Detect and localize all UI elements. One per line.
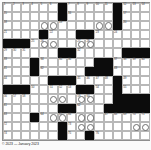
cell-r7c6[interactable] (48, 58, 57, 67)
cell-r11c6[interactable] (48, 94, 57, 103)
cell-r14c13[interactable] (113, 122, 122, 131)
cell-r6c9[interactable]: 32 (76, 48, 85, 57)
cell-r12c1[interactable]: 61 (3, 104, 12, 113)
cell-number: 40 (142, 58, 145, 61)
circle-marker (50, 41, 57, 48)
cell-r13c7[interactable]: 65 (58, 113, 67, 122)
black-cell-r10c2 (12, 85, 21, 94)
black-cell-r7c11 (94, 58, 103, 67)
cell-r15c4[interactable] (30, 131, 39, 140)
cell-r8c15[interactable] (131, 67, 140, 76)
cell-number: 10 (96, 3, 99, 6)
black-cell-r12c14 (122, 104, 131, 113)
cell-r3c2[interactable] (12, 21, 21, 30)
cell-r7c3[interactable] (21, 58, 30, 67)
cell-r8c7[interactable] (58, 67, 67, 76)
black-cell-r12c7 (58, 104, 67, 113)
cell-r6c3[interactable]: 31 (21, 48, 30, 57)
cell-r9c15[interactable] (131, 76, 140, 85)
black-cell-r10c13 (113, 85, 122, 94)
cell-r3c16[interactable] (140, 21, 149, 30)
circle-marker (142, 124, 149, 131)
cell-number: 37 (114, 58, 117, 61)
cell-r6c11[interactable] (94, 48, 103, 57)
cell-r1c10[interactable]: 9 (85, 3, 94, 12)
cell-r7c7[interactable]: 35 (58, 58, 67, 67)
cell-r8c8[interactable] (67, 67, 76, 76)
cell-r7c15[interactable]: 39 (131, 58, 140, 67)
cell-r4c1[interactable]: 21 (3, 30, 12, 39)
black-cell-r10c9 (76, 85, 85, 94)
cell-number: 21 (4, 31, 7, 34)
cell-r1c6[interactable]: 6 (48, 3, 57, 12)
cell-r13c1[interactable]: 63 (3, 113, 12, 122)
cell-r9c9[interactable]: 45 (76, 76, 85, 85)
cell-r5c4[interactable]: 25 (30, 39, 39, 48)
cell-r15c3[interactable] (21, 131, 30, 140)
cell-r8c5[interactable]: 42 (39, 67, 48, 76)
cell-number: 55 (123, 86, 126, 89)
cell-r15c2[interactable] (12, 131, 21, 140)
circle-marker (87, 114, 94, 121)
cell-number: 43 (114, 67, 117, 70)
black-cell-r9c8 (67, 76, 76, 85)
cell-r6c4[interactable] (30, 48, 39, 57)
black-cell-r2c7 (58, 12, 67, 21)
cell-number: 52 (59, 86, 62, 89)
cell-number: 73 (68, 123, 71, 126)
black-cell-r2c13 (113, 12, 122, 21)
circle-marker (59, 114, 66, 121)
cell-r8c2[interactable] (12, 67, 21, 76)
cell-r3c7[interactable]: 19 (58, 21, 67, 30)
black-cell-r15c7 (58, 131, 67, 140)
cell-number: 7 (68, 3, 69, 6)
cell-r15c6[interactable] (48, 131, 57, 140)
cell-r3c8[interactable] (67, 21, 76, 30)
cell-r11c9[interactable]: 59 (76, 94, 85, 103)
cell-r5c11[interactable] (94, 39, 103, 48)
cell-r13c15[interactable]: 70 (131, 113, 140, 122)
cell-r4c14[interactable] (122, 30, 131, 39)
cell-r12c4[interactable] (30, 104, 39, 113)
cell-number: 68 (114, 113, 117, 116)
cell-r7c2[interactable] (12, 58, 21, 67)
cell-r12c3[interactable] (21, 104, 30, 113)
cell-r6c12[interactable] (104, 48, 113, 57)
cell-r12c2[interactable] (12, 104, 21, 113)
cell-number: 3 (22, 3, 23, 6)
cell-r2c1[interactable]: 15 (3, 12, 12, 21)
cell-r4c16[interactable] (140, 30, 149, 39)
black-cell-r5c3 (21, 39, 30, 48)
cell-number: 61 (4, 104, 7, 107)
cell-r9c12[interactable]: 48 (104, 76, 113, 85)
cell-r2c9[interactable] (76, 12, 85, 21)
cell-r11c12[interactable] (104, 94, 113, 103)
cell-r7c16[interactable]: 40 (140, 58, 149, 67)
cell-r5c12[interactable] (104, 39, 113, 48)
cell-r15c9[interactable] (76, 131, 85, 140)
cell-number: 46 (86, 77, 89, 80)
cell-r2c14[interactable]: 17 (122, 12, 131, 21)
cell-number: 31 (22, 49, 25, 52)
cell-r2c6[interactable] (48, 12, 57, 21)
black-cell-r8c11 (94, 67, 103, 76)
cell-number: 42 (41, 67, 44, 70)
cell-r3c1[interactable]: 18 (3, 21, 12, 30)
cell-r4c12[interactable] (104, 30, 113, 39)
cell-r6c1[interactable]: 29 (3, 48, 12, 57)
cell-r1c5[interactable]: 5 (39, 3, 48, 12)
cell-r10c6[interactable]: 51 (48, 85, 57, 94)
cell-r10c16[interactable] (140, 85, 149, 94)
cell-r13c3[interactable] (21, 113, 30, 122)
cell-r9c2[interactable] (12, 76, 21, 85)
circle-marker (78, 96, 85, 103)
cell-r14c1[interactable]: 72 (3, 122, 12, 131)
black-cell-r7c4 (30, 58, 39, 67)
cell-r15c1[interactable]: 74 (3, 131, 12, 140)
cell-r4c7[interactable] (58, 30, 67, 39)
black-cell-r7c12 (104, 58, 113, 67)
cell-r8c3[interactable] (21, 67, 30, 76)
cell-r2c3[interactable] (21, 12, 30, 21)
cell-r5c8[interactable] (67, 39, 76, 48)
cell-number: 70 (132, 113, 135, 116)
cell-r14c4[interactable] (30, 122, 39, 131)
cell-r5c15[interactable] (131, 39, 140, 48)
black-cell-r1c7 (58, 3, 67, 12)
cell-r1c11[interactable]: 10 (94, 3, 103, 12)
cell-r9c3[interactable] (21, 76, 30, 85)
cell-r5c14[interactable] (122, 39, 131, 48)
circle-marker (78, 114, 85, 121)
cell-number: 30 (13, 49, 16, 52)
cell-r13c5[interactable]: 64 (39, 113, 48, 122)
cell-r6c6[interactable] (48, 48, 57, 57)
cell-r3c4[interactable] (30, 21, 39, 30)
black-cell-r8c4 (30, 67, 39, 76)
cell-r2c16[interactable] (140, 12, 149, 21)
cell-r1c3[interactable]: 3 (21, 3, 30, 12)
cell-r1c8[interactable]: 7 (67, 3, 76, 12)
cell-r2c12[interactable] (104, 12, 113, 21)
cell-r14c6[interactable] (48, 122, 57, 131)
cell-r2c5[interactable] (39, 12, 48, 21)
cell-r9c14[interactable]: 49 (122, 76, 131, 85)
circle-marker (96, 22, 103, 29)
cell-r3c14[interactable]: 20 (122, 21, 131, 30)
cell-r9c5[interactable] (39, 76, 48, 85)
cell-r8c16[interactable] (140, 67, 149, 76)
cell-r4c4[interactable] (30, 30, 39, 39)
cell-r13c6[interactable] (48, 113, 57, 122)
cell-number: 47 (96, 77, 99, 80)
black-cell-r12c12 (104, 104, 113, 113)
cell-r4c11[interactable]: 23 (94, 30, 103, 39)
cell-number: 72 (4, 123, 7, 126)
black-cell-r9c6 (48, 76, 57, 85)
black-cell-r5c2 (12, 39, 21, 48)
cell-r6c13[interactable] (113, 48, 122, 57)
cell-r2c2[interactable] (12, 12, 21, 21)
cell-number: 51 (50, 86, 53, 89)
black-cell-r6c15 (131, 48, 140, 57)
cell-r3c12[interactable] (104, 21, 113, 30)
cell-r13c2[interactable] (12, 113, 21, 122)
cell-number: 34 (41, 58, 44, 61)
cell-r10c12[interactable] (104, 85, 113, 94)
black-cell-r9c13 (113, 76, 122, 85)
black-cell-r6c7 (58, 48, 67, 57)
cell-r15c12[interactable] (104, 131, 113, 140)
cell-r11c2[interactable]: 57 (12, 94, 21, 103)
cell-number: 39 (132, 58, 135, 61)
cell-r5c13[interactable] (113, 39, 122, 48)
cell-r10c7[interactable]: 52 (58, 85, 67, 94)
cell-number: 14 (142, 3, 145, 6)
black-cell-r12c16 (140, 104, 149, 113)
black-cell-r8c12 (104, 67, 113, 76)
black-cell-r6c8 (67, 48, 76, 57)
cell-r11c7[interactable] (58, 94, 67, 103)
cell-r4c13[interactable]: 24 (113, 30, 122, 39)
cell-r4c15[interactable] (131, 30, 140, 39)
cell-r11c3[interactable]: 58 (21, 94, 30, 103)
cell-number: 32 (77, 49, 80, 52)
circle-marker (41, 22, 48, 29)
cell-number: 19 (59, 21, 62, 24)
cell-r10c14[interactable]: 55 (122, 85, 131, 94)
cell-r6c5[interactable] (39, 48, 48, 57)
cell-number: 67 (105, 113, 108, 116)
circle-marker (78, 41, 85, 48)
cell-r1c1[interactable]: 1 (3, 3, 12, 12)
circle-marker (78, 124, 85, 131)
cell-number: 24 (114, 31, 117, 34)
cell-number: 53 (68, 86, 71, 89)
cell-r7c1[interactable]: 33 (3, 58, 12, 67)
cell-r5c5[interactable]: 26 (39, 39, 48, 48)
black-cell-r13c4 (30, 113, 39, 122)
cell-r14c5[interactable] (39, 122, 48, 131)
cell-r9c16[interactable] (140, 76, 149, 85)
black-cell-r11c16 (140, 94, 149, 103)
cell-r3c15[interactable] (131, 21, 140, 30)
cell-r4c6[interactable]: 22 (48, 30, 57, 39)
cell-number: 54 (96, 86, 99, 89)
crossword-grid: 1234567891011121314151617181920212223242… (2, 2, 151, 142)
circle-marker (50, 96, 57, 103)
black-cell-r15c10 (85, 131, 94, 140)
cell-r15c16[interactable] (140, 131, 149, 140)
cell-r15c8[interactable]: 75 (67, 131, 76, 140)
cell-r3c9[interactable] (76, 21, 85, 30)
cell-r2c10[interactable] (85, 12, 94, 21)
cell-number: 9 (86, 3, 87, 6)
cell-r6c10[interactable] (85, 48, 94, 57)
cell-number: 5 (41, 3, 42, 6)
cell-r2c4[interactable] (30, 12, 39, 21)
cell-r3c11[interactable] (94, 21, 103, 30)
cell-r14c15[interactable] (131, 122, 140, 131)
circle-marker (59, 96, 66, 103)
cell-r1c16[interactable]: 14 (140, 3, 149, 12)
black-cell-r3c13 (113, 21, 122, 30)
cell-r13c9[interactable] (76, 113, 85, 122)
cell-r14c10[interactable] (85, 122, 94, 131)
cell-r1c15[interactable]: 13 (131, 3, 140, 12)
cell-r11c1[interactable]: 56 (3, 94, 12, 103)
cell-number: 75 (68, 132, 71, 135)
cell-r12c5[interactable] (39, 104, 48, 113)
cell-r1c12[interactable]: 11 (104, 3, 113, 12)
black-cell-r12c15 (131, 104, 140, 113)
cell-r14c2[interactable] (12, 122, 21, 131)
cell-r7c9[interactable] (76, 58, 85, 67)
black-cell-r6c14 (122, 48, 131, 57)
black-cell-r8c10 (85, 67, 94, 76)
cell-r9c4[interactable] (30, 76, 39, 85)
cell-r10c4[interactable]: 50 (30, 85, 39, 94)
cell-number: 20 (123, 21, 126, 24)
cell-r11c4[interactable] (30, 94, 39, 103)
cell-r14c3[interactable] (21, 122, 30, 131)
cell-r15c13[interactable] (113, 131, 122, 140)
cell-r7c10[interactable] (85, 58, 94, 67)
cell-r9c10[interactable]: 46 (85, 76, 94, 85)
cell-r4c3[interactable] (21, 30, 30, 39)
cell-r15c15[interactable] (131, 131, 140, 140)
cell-r5c10[interactable]: 28 (85, 39, 94, 48)
cell-r3c6[interactable] (48, 21, 57, 30)
cell-r14c16[interactable] (140, 122, 149, 131)
cell-r9c11[interactable]: 47 (94, 76, 103, 85)
cell-r13c14[interactable]: 69 (122, 113, 131, 122)
cell-r3c3[interactable] (21, 21, 30, 30)
cell-r13c10[interactable] (85, 113, 94, 122)
cell-r7c13[interactable]: 37 (113, 58, 122, 67)
cell-r2c8[interactable]: 16 (67, 12, 76, 21)
cell-r4c2[interactable] (12, 30, 21, 39)
cell-r8c6[interactable] (48, 67, 57, 76)
cell-r8c9[interactable] (76, 67, 85, 76)
cell-number: 45 (77, 77, 80, 80)
cell-r13c12[interactable]: 67 (104, 113, 113, 122)
cell-r12c9[interactable]: 62 (76, 104, 85, 113)
cell-r4c8[interactable] (67, 30, 76, 39)
black-cell-r4c5 (39, 30, 48, 39)
cell-r1c9[interactable]: 8 (76, 3, 85, 12)
cell-number: 4 (31, 3, 32, 6)
cell-number: 33 (4, 58, 7, 61)
cell-r8c1[interactable]: 41 (3, 67, 12, 76)
cell-r11c10[interactable]: 60 (85, 94, 94, 103)
cell-r11c11[interactable] (94, 94, 103, 103)
cell-r9c1[interactable]: 44 (3, 76, 12, 85)
cell-r5c16[interactable] (140, 39, 149, 48)
cell-r5c6[interactable] (48, 39, 57, 48)
cell-number: 15 (4, 12, 7, 15)
cell-r7c14[interactable]: 38 (122, 58, 131, 67)
cell-number: 16 (68, 12, 71, 15)
circle-marker (50, 114, 57, 121)
cell-r11c5[interactable] (39, 94, 48, 103)
cell-r10c5[interactable] (39, 85, 48, 94)
black-cell-r1c13 (113, 3, 122, 12)
black-cell-r10c1 (3, 85, 12, 94)
cell-r15c14[interactable] (122, 131, 131, 140)
cell-r14c12[interactable] (104, 122, 113, 131)
cell-r14c9[interactable] (76, 122, 85, 131)
cell-r1c2[interactable]: 2 (12, 3, 21, 12)
cell-number: 12 (123, 3, 126, 6)
cell-number: 63 (4, 113, 7, 116)
cell-r14c14[interactable] (122, 122, 131, 131)
black-cell-r9c7 (58, 76, 67, 85)
cell-r1c4[interactable]: 4 (30, 3, 39, 12)
cell-r3c5[interactable] (39, 21, 48, 30)
cell-r10c8[interactable]: 53 (67, 85, 76, 94)
cell-number: 35 (59, 58, 62, 61)
circle-marker (41, 41, 48, 48)
black-cell-r11c15 (131, 94, 140, 103)
cell-number: 1 (4, 3, 5, 6)
cell-number: 57 (13, 95, 16, 98)
cell-r8c14[interactable] (122, 67, 131, 76)
cell-r14c11[interactable] (94, 122, 103, 131)
cell-number: 71 (142, 113, 145, 116)
cell-number: 56 (4, 95, 7, 98)
cell-r3c10[interactable] (85, 21, 94, 30)
cell-number: 29 (4, 49, 7, 52)
cell-number: 41 (4, 67, 7, 70)
cell-r5c9[interactable]: 27 (76, 39, 85, 48)
cell-r2c15[interactable] (131, 12, 140, 21)
cell-r12c11[interactable] (94, 104, 103, 113)
black-cell-r10c10 (85, 85, 94, 94)
black-cell-r11c13 (113, 94, 122, 103)
cell-r1c14[interactable]: 12 (122, 3, 131, 12)
cell-number: 44 (4, 77, 7, 80)
cell-r12c6[interactable] (48, 104, 57, 113)
cell-r13c13[interactable]: 68 (113, 113, 122, 122)
cell-number: 69 (123, 113, 126, 116)
cell-r14c8[interactable]: 73 (67, 122, 76, 131)
cell-r5c7[interactable] (58, 39, 67, 48)
black-cell-r4c9 (76, 30, 85, 39)
cell-r13c16[interactable]: 71 (140, 113, 149, 122)
cell-number: 11 (105, 3, 108, 6)
cell-r15c5[interactable] (39, 131, 48, 140)
cell-r2c11[interactable] (94, 12, 103, 21)
cell-r6c2[interactable]: 30 (12, 48, 21, 57)
cell-r15c11[interactable]: 76 (94, 131, 103, 140)
cell-r13c8[interactable]: 66 (67, 113, 76, 122)
cell-r11c8[interactable] (67, 94, 76, 103)
cell-r7c5[interactable]: 34 (39, 58, 48, 67)
cell-r8c13[interactable]: 43 (113, 67, 122, 76)
cell-number: 50 (31, 86, 34, 89)
cell-number: 13 (132, 3, 135, 6)
cell-number: 25 (31, 40, 34, 43)
cell-r13c11[interactable] (94, 113, 103, 122)
cell-r10c15[interactable] (131, 85, 140, 94)
cell-r12c10[interactable] (85, 104, 94, 113)
cell-r10c11[interactable]: 54 (94, 85, 103, 94)
cell-r7c8[interactable]: 36 (67, 58, 76, 67)
